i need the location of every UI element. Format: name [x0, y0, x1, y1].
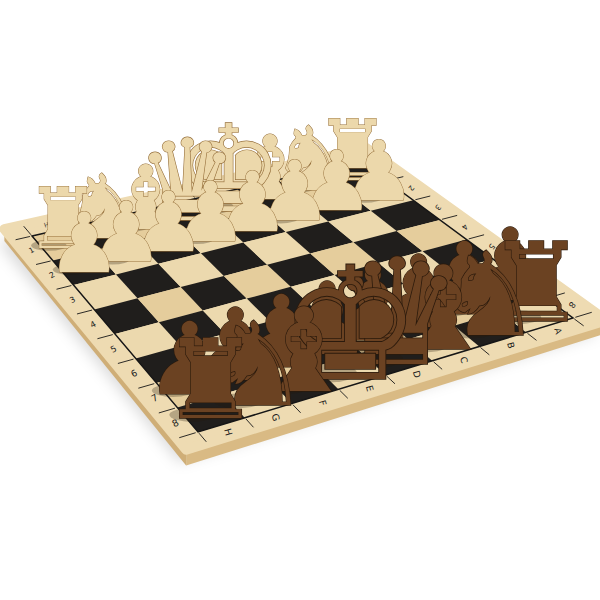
- piece-black-rook-h8[interactable]: ♜: [162, 316, 261, 444]
- piece-white-pawn-h2[interactable]: ♟: [47, 195, 121, 292]
- chessboard: 11HH22GG33FF44EE55DD66CC77BB88AA♜♞♝♚♛♝♞♜…: [0, 0, 600, 600]
- product-photo: 11HH22GG33FF44EE55DD66CC77BB88AA♜♞♝♚♛♝♞♜…: [0, 0, 600, 600]
